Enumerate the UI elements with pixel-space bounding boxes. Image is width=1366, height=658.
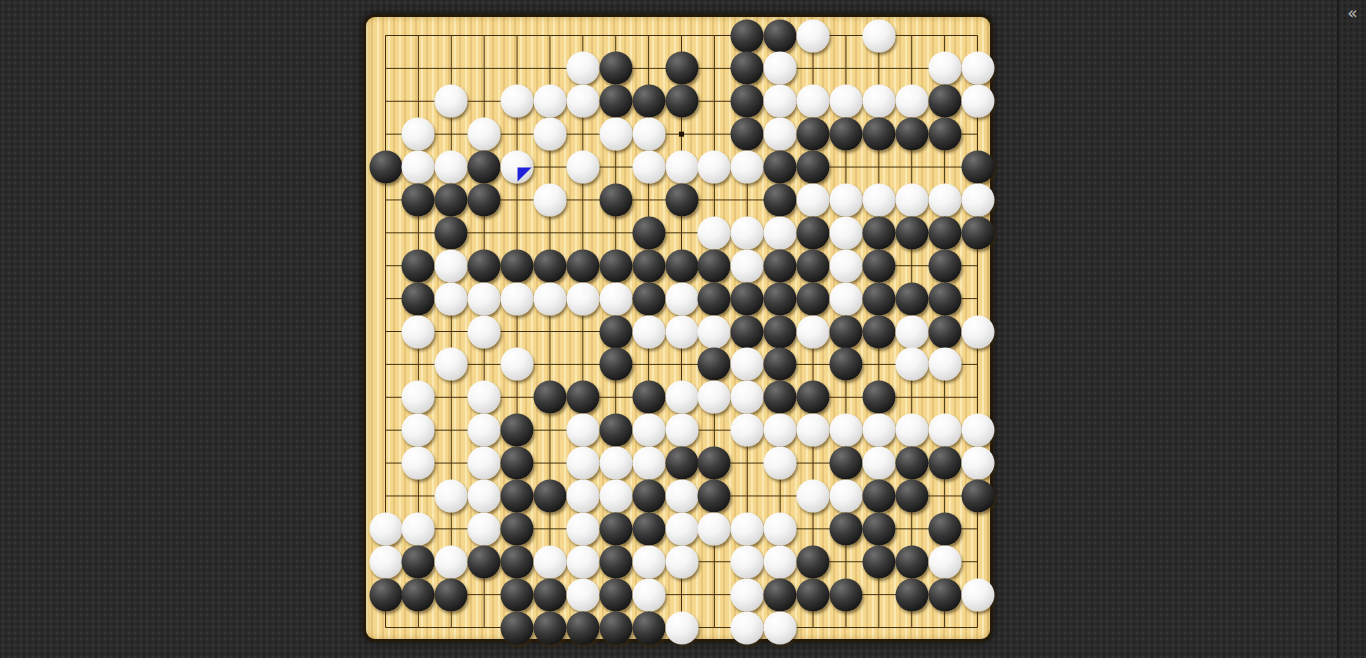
black-stone [533,249,566,282]
white-stone [402,381,435,414]
white-stone [731,545,764,578]
black-stone [566,381,599,414]
white-stone [862,447,895,480]
white-stone [501,348,534,381]
black-stone [501,414,534,447]
black-stone [501,447,534,480]
black-stone [698,447,731,480]
black-stone [961,216,994,249]
white-stone [468,282,501,315]
black-stone [731,118,764,151]
white-stone [566,52,599,85]
black-stone [764,183,797,216]
black-stone [468,249,501,282]
black-stone [435,183,468,216]
black-stone [501,578,534,611]
black-stone [862,282,895,315]
white-stone [731,381,764,414]
white-stone [928,183,961,216]
white-stone [402,512,435,545]
white-stone [731,414,764,447]
white-stone [402,151,435,184]
white-stone [468,381,501,414]
black-stone [829,578,862,611]
white-stone [862,183,895,216]
black-stone [632,282,665,315]
white-stone [632,545,665,578]
white-stone [928,545,961,578]
white-stone [731,578,764,611]
black-stone [797,545,830,578]
black-stone [501,249,534,282]
black-stone [698,479,731,512]
black-stone [533,479,566,512]
white-stone [501,282,534,315]
black-stone [764,151,797,184]
black-stone [862,512,895,545]
white-stone [632,578,665,611]
collapsed-sidebar: « [1337,0,1366,658]
black-stone [797,282,830,315]
black-stone [599,545,632,578]
white-stone [402,315,435,348]
white-stone [961,315,994,348]
black-stone [797,249,830,282]
white-stone [961,414,994,447]
black-stone [797,381,830,414]
black-stone [829,447,862,480]
white-stone [402,447,435,480]
black-stone [928,118,961,151]
white-stone [764,118,797,151]
white-stone [731,249,764,282]
white-stone [764,545,797,578]
white-stone [665,414,698,447]
black-stone [599,348,632,381]
black-stone [862,315,895,348]
go-board[interactable] [363,14,993,642]
black-stone [665,447,698,480]
white-stone [566,414,599,447]
white-stone [764,216,797,249]
black-stone [533,578,566,611]
black-stone [402,183,435,216]
black-stone [928,85,961,118]
white-stone [829,216,862,249]
white-stone [566,282,599,315]
white-stone [369,512,402,545]
white-stone [895,183,928,216]
white-stone [764,512,797,545]
black-stone [435,216,468,249]
white-stone [731,611,764,644]
black-stone [632,216,665,249]
white-stone [566,447,599,480]
black-stone [928,512,961,545]
black-stone [895,578,928,611]
white-stone [961,578,994,611]
black-stone [501,611,534,644]
black-stone [632,85,665,118]
black-stone [961,479,994,512]
white-stone [566,545,599,578]
black-stone [501,545,534,578]
black-stone [599,578,632,611]
black-stone [369,151,402,184]
black-stone [731,315,764,348]
black-stone [599,315,632,348]
black-stone [731,19,764,52]
white-stone [764,611,797,644]
white-stone [862,19,895,52]
white-stone [369,545,402,578]
black-stone [797,151,830,184]
white-stone [862,85,895,118]
white-stone [731,216,764,249]
black-stone [764,249,797,282]
white-stone [665,151,698,184]
black-stone [961,151,994,184]
black-stone [764,315,797,348]
black-stone [402,249,435,282]
white-stone [665,545,698,578]
white-stone [797,414,830,447]
black-stone [928,282,961,315]
black-stone [829,118,862,151]
black-stone [632,479,665,512]
white-stone [632,118,665,151]
white-stone [468,479,501,512]
black-stone [764,578,797,611]
black-stone [599,414,632,447]
white-stone [797,85,830,118]
white-stone [665,315,698,348]
black-stone [829,512,862,545]
black-stone [862,479,895,512]
white-stone [797,479,830,512]
black-stone [862,545,895,578]
white-stone [764,85,797,118]
black-stone [566,611,599,644]
white-stone [468,414,501,447]
white-stone [895,348,928,381]
white-stone [895,414,928,447]
black-stone [928,315,961,348]
black-stone [928,578,961,611]
black-stone [797,578,830,611]
white-stone [566,85,599,118]
black-stone [764,19,797,52]
white-stone [698,512,731,545]
white-stone [797,183,830,216]
white-stone [435,85,468,118]
white-stone [632,315,665,348]
white-stone [501,85,534,118]
white-stone [501,151,534,184]
white-stone [632,414,665,447]
white-stone [829,282,862,315]
white-stone [731,348,764,381]
black-stone [928,447,961,480]
black-stone [895,216,928,249]
white-stone [797,315,830,348]
white-stone [829,479,862,512]
black-stone [665,183,698,216]
black-stone [862,118,895,151]
white-stone [665,512,698,545]
white-stone [599,479,632,512]
black-stone [731,85,764,118]
black-stone [632,512,665,545]
white-stone [402,414,435,447]
white-stone [764,52,797,85]
black-stone [632,249,665,282]
white-stone [829,85,862,118]
black-stone [895,545,928,578]
white-stone [468,447,501,480]
black-stone [698,282,731,315]
black-stone [566,249,599,282]
black-stone [435,578,468,611]
black-stone [764,282,797,315]
white-stone [632,151,665,184]
white-stone [764,414,797,447]
white-stone [665,611,698,644]
black-stone [599,611,632,644]
white-stone [797,19,830,52]
white-stone [468,315,501,348]
white-stone [435,545,468,578]
white-stone [599,447,632,480]
black-stone [862,249,895,282]
white-stone [566,479,599,512]
black-stone [928,249,961,282]
white-stone [533,545,566,578]
white-stone [731,512,764,545]
white-stone [533,183,566,216]
white-stone [764,447,797,480]
white-stone [928,348,961,381]
black-stone [829,315,862,348]
white-stone [435,348,468,381]
blue-wedge-marker [517,167,532,182]
black-stone [468,545,501,578]
black-stone [895,118,928,151]
black-stone [797,118,830,151]
black-stone [665,249,698,282]
white-stone [533,282,566,315]
white-stone [961,183,994,216]
black-stone [599,512,632,545]
black-stone [632,381,665,414]
white-stone [928,52,961,85]
white-stone [599,118,632,151]
black-stone [533,381,566,414]
white-stone [468,118,501,151]
black-stone [599,52,632,85]
white-stone [961,52,994,85]
white-stone [961,447,994,480]
white-stone [665,479,698,512]
black-stone [895,447,928,480]
black-stone [665,52,698,85]
black-stone [468,151,501,184]
black-stone [862,381,895,414]
white-stone [961,85,994,118]
black-stone [764,381,797,414]
black-stone [632,611,665,644]
white-stone [895,315,928,348]
white-stone [665,282,698,315]
black-stone [731,52,764,85]
white-stone [599,282,632,315]
white-stone [928,414,961,447]
white-stone [435,282,468,315]
white-stone [829,414,862,447]
white-stone [698,151,731,184]
black-stone [895,479,928,512]
white-stone [566,151,599,184]
white-stone [698,381,731,414]
sidebar-collapse-icon[interactable]: « [1345,3,1359,24]
white-stone [829,183,862,216]
black-stone [895,282,928,315]
black-stone [402,282,435,315]
black-stone [533,611,566,644]
white-stone [402,118,435,151]
black-stone [698,348,731,381]
white-stone [533,85,566,118]
black-stone [402,545,435,578]
white-stone [862,414,895,447]
white-stone [435,479,468,512]
black-stone [928,216,961,249]
black-stone [764,348,797,381]
white-stone [731,151,764,184]
white-stone [566,578,599,611]
white-stone [698,216,731,249]
black-stone [665,85,698,118]
white-stone [566,512,599,545]
black-stone [468,183,501,216]
black-stone [829,348,862,381]
white-stone [533,118,566,151]
black-stone [862,216,895,249]
black-stone [731,282,764,315]
white-stone [632,447,665,480]
white-stone [435,249,468,282]
black-stone [402,578,435,611]
black-stone [501,479,534,512]
black-stone [369,578,402,611]
white-stone [895,85,928,118]
white-stone [829,249,862,282]
black-stone [599,85,632,118]
black-stone [501,512,534,545]
white-stone [468,512,501,545]
black-stone [599,249,632,282]
black-stone [599,183,632,216]
white-stone [698,315,731,348]
white-stone [435,151,468,184]
app-background: « [0,0,1366,658]
black-stone [698,249,731,282]
star-point [679,132,684,137]
black-stone [797,216,830,249]
white-stone [665,381,698,414]
